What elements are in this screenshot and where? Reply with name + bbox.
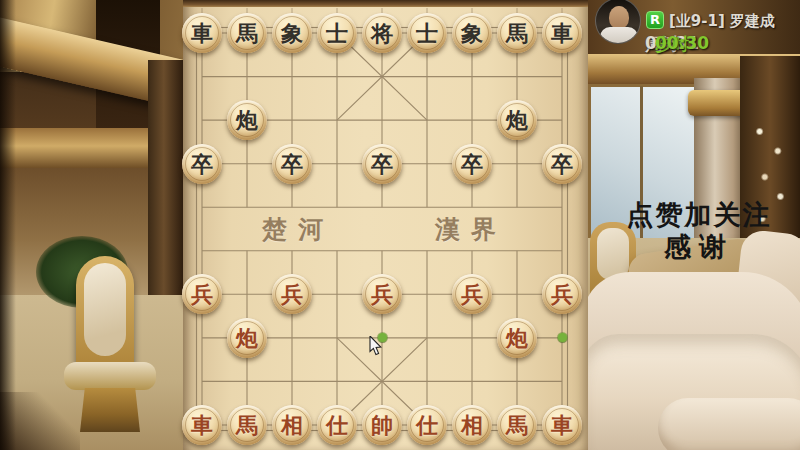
piece-black-c4[interactable]: 卒 <box>272 144 312 184</box>
piece-red-a10[interactable]: 車 <box>182 405 222 445</box>
follow-overlay-text: 点赞加关注 感谢 <box>600 200 798 261</box>
piece-red-f10[interactable]: 仕 <box>407 405 447 445</box>
piece-label: 卒 <box>281 153 303 175</box>
piece-black-b1[interactable]: 馬 <box>227 13 267 53</box>
piece-black-d1[interactable]: 士 <box>317 13 357 53</box>
overlay-line2: 感谢 <box>600 232 798 262</box>
piece-label: 卒 <box>191 153 213 175</box>
piece-black-h1[interactable]: 馬 <box>497 13 537 53</box>
piece-black-i4[interactable]: 卒 <box>542 144 582 184</box>
xiangqi-board[interactable]: 楚河 漢界 車馬象士将士象馬車炮炮卒卒卒卒卒兵兵兵兵兵炮炮車馬相仕帥仕相馬車 <box>183 0 588 450</box>
piece-label: 兵 <box>551 283 573 305</box>
piece-label: 相 <box>281 414 303 436</box>
piece-red-c10[interactable]: 相 <box>272 405 312 445</box>
piece-black-i1[interactable]: 車 <box>542 13 582 53</box>
mouse-cursor-icon <box>369 336 384 357</box>
piece-label: 馬 <box>506 414 528 436</box>
piece-label: 士 <box>416 22 438 44</box>
piece-red-a7[interactable]: 兵 <box>182 274 222 314</box>
piece-label: 象 <box>461 22 483 44</box>
piece-red-d10[interactable]: 仕 <box>317 405 357 445</box>
piece-label: 兵 <box>191 283 213 305</box>
piece-label: 相 <box>461 414 483 436</box>
piece-red-h10[interactable]: 馬 <box>497 405 537 445</box>
piece-label: 卒 <box>371 153 393 175</box>
piece-red-b10[interactable]: 馬 <box>227 405 267 445</box>
piece-label: 車 <box>191 414 213 436</box>
piece-label: 馬 <box>506 22 528 44</box>
piece-label: 車 <box>551 414 573 436</box>
piece-label: 炮 <box>236 109 258 131</box>
overlay-line1: 点赞加关注 <box>600 200 798 230</box>
board-pieces: 車馬象士将士象馬車炮炮卒卒卒卒卒兵兵兵兵兵炮炮車馬相仕帥仕相馬車 <box>183 0 588 450</box>
rank-badge-icon: R <box>646 11 664 29</box>
piece-red-i10[interactable]: 車 <box>542 405 582 445</box>
piece-label: 兵 <box>371 283 393 305</box>
piece-black-g1[interactable]: 象 <box>452 13 492 53</box>
piece-label: 炮 <box>506 327 528 349</box>
piece-red-i7[interactable]: 兵 <box>542 274 582 314</box>
piece-black-e4[interactable]: 卒 <box>362 144 402 184</box>
piece-label: 馬 <box>236 22 258 44</box>
piece-red-b8[interactable]: 炮 <box>227 318 267 358</box>
piece-label: 士 <box>326 22 348 44</box>
game-screen: 楚河 漢界 車馬象士将士象馬車炮炮卒卒卒卒卒兵兵兵兵兵炮炮車馬相仕帥仕相馬車 R… <box>0 0 800 450</box>
piece-black-e1[interactable]: 将 <box>362 13 402 53</box>
left-edge-shadow <box>0 0 16 450</box>
piece-label: 卒 <box>551 153 573 175</box>
background-left-room <box>0 0 183 450</box>
player-name: [业9-1] 罗建成 <box>669 12 775 31</box>
piece-label: 車 <box>191 22 213 44</box>
piece-red-e7[interactable]: 兵 <box>362 274 402 314</box>
piece-red-h8[interactable]: 炮 <box>497 318 537 358</box>
piece-label: 車 <box>551 22 573 44</box>
piece-red-g10[interactable]: 相 <box>452 405 492 445</box>
streamer-avatar <box>595 0 641 44</box>
piece-red-e10[interactable]: 帥 <box>362 405 402 445</box>
piece-label: 炮 <box>236 327 258 349</box>
piece-label: 仕 <box>416 414 438 436</box>
piece-label: 仕 <box>326 414 348 436</box>
piece-black-b3[interactable]: 炮 <box>227 100 267 140</box>
gilded-chair-seat <box>64 362 156 390</box>
piece-black-a1[interactable]: 車 <box>182 13 222 53</box>
gilded-chair-legs <box>80 388 140 432</box>
piece-red-g7[interactable]: 兵 <box>452 274 492 314</box>
piece-label: 兵 <box>461 283 483 305</box>
gold-band <box>0 128 150 168</box>
piece-label: 馬 <box>236 414 258 436</box>
piece-label: 兵 <box>281 283 303 305</box>
piece-label: 炮 <box>506 109 528 131</box>
piece-label: 卒 <box>461 153 483 175</box>
piece-black-g4[interactable]: 卒 <box>452 144 492 184</box>
marker-dot-i8 <box>558 333 567 342</box>
piece-label: 将 <box>371 22 393 44</box>
piece-black-a4[interactable]: 卒 <box>182 144 222 184</box>
sofa-cushion <box>658 398 800 450</box>
piece-black-c1[interactable]: 象 <box>272 13 312 53</box>
piece-label: 帥 <box>371 414 393 436</box>
avatar-head <box>609 6 629 29</box>
piece-red-c7[interactable]: 兵 <box>272 274 312 314</box>
marble-column-left <box>148 60 183 320</box>
piece-black-f1[interactable]: 士 <box>407 13 447 53</box>
piece-label: 象 <box>281 22 303 44</box>
piece-black-h3[interactable]: 炮 <box>497 100 537 140</box>
